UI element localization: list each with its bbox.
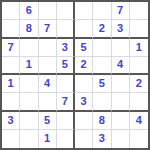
sudoku-given-r4c5[interactable]: 2	[75, 57, 93, 75]
sudoku-given-r7c8[interactable]: 4	[130, 112, 148, 130]
sudoku-cell-r8c8[interactable]	[130, 130, 148, 148]
sudoku-cell-r8c4[interactable]	[57, 130, 75, 148]
sudoku-cell-r1c1[interactable]	[2, 2, 20, 20]
sudoku-cell-r7c2[interactable]	[20, 112, 38, 130]
sudoku-given-r5c6[interactable]: 5	[93, 75, 111, 93]
sudoku-given-r2c3[interactable]: 7	[39, 20, 57, 38]
sudoku-cell-r3c3[interactable]	[39, 39, 57, 57]
sudoku-cell-r5c7[interactable]	[112, 75, 130, 93]
sudoku-cell-r7c5[interactable]	[75, 112, 93, 130]
sudoku-given-r7c6[interactable]: 8	[93, 112, 111, 130]
sudoku-cell-r4c1[interactable]	[2, 57, 20, 75]
sudoku-given-r3c4[interactable]: 3	[57, 39, 75, 57]
sudoku-cell-r5c5[interactable]	[75, 75, 93, 93]
sudoku-cell-r3c7[interactable]	[112, 39, 130, 57]
sudoku-given-r8c3[interactable]: 1	[39, 130, 57, 148]
sudoku-cell-r8c5[interactable]	[75, 130, 93, 148]
sudoku-cell-r2c8[interactable]	[130, 20, 148, 38]
sudoku-given-r2c6[interactable]: 2	[93, 20, 111, 38]
sudoku-cell-r1c4[interactable]	[57, 2, 75, 20]
sudoku-given-r3c5[interactable]: 5	[75, 39, 93, 57]
sudoku-given-r5c3[interactable]: 4	[39, 75, 57, 93]
sudoku-cell-r1c6[interactable]	[93, 2, 111, 20]
sudoku-cell-r1c8[interactable]	[130, 2, 148, 20]
sudoku-cell-r3c2[interactable]	[20, 39, 38, 57]
sudoku-cell-r6c1[interactable]	[2, 93, 20, 111]
sudoku-given-r6c4[interactable]: 7	[57, 93, 75, 111]
sudoku-cell-r4c6[interactable]	[93, 57, 111, 75]
sudoku-cell-r8c1[interactable]	[2, 130, 20, 148]
sudoku-cell-r2c1[interactable]	[2, 20, 20, 38]
sudoku-cell-r8c2[interactable]	[20, 130, 38, 148]
sudoku-given-r3c8[interactable]: 1	[130, 39, 148, 57]
sudoku-cell-r7c7[interactable]	[112, 112, 130, 130]
sudoku-given-r5c8[interactable]: 2	[130, 75, 148, 93]
sudoku-given-r4c2[interactable]: 1	[20, 57, 38, 75]
sudoku-cell-r4c3[interactable]	[39, 57, 57, 75]
sudoku-board: 67872373511524145273358413	[0, 0, 150, 150]
sudoku-given-r3c1[interactable]: 7	[2, 39, 20, 57]
sudoku-cell-r6c8[interactable]	[130, 93, 148, 111]
sudoku-given-r7c3[interactable]: 5	[39, 112, 57, 130]
sudoku-given-r1c2[interactable]: 6	[20, 2, 38, 20]
sudoku-cell-r2c4[interactable]	[57, 20, 75, 38]
sudoku-cell-r6c6[interactable]	[93, 93, 111, 111]
sudoku-cell-r5c4[interactable]	[57, 75, 75, 93]
sudoku-cell-r6c2[interactable]	[20, 93, 38, 111]
sudoku-given-r2c2[interactable]: 8	[20, 20, 38, 38]
sudoku-cell-r7c4[interactable]	[57, 112, 75, 130]
sudoku-given-r8c6[interactable]: 3	[93, 130, 111, 148]
sudoku-cell-r6c7[interactable]	[112, 93, 130, 111]
sudoku-given-r1c7[interactable]: 7	[112, 2, 130, 20]
sudoku-cell-r1c3[interactable]	[39, 2, 57, 20]
sudoku-cell-r3c6[interactable]	[93, 39, 111, 57]
sudoku-cell-r5c2[interactable]	[20, 75, 38, 93]
sudoku-cell-r1c5[interactable]	[75, 2, 93, 20]
sudoku-cell-r2c5[interactable]	[75, 20, 93, 38]
sudoku-given-r2c7[interactable]: 3	[112, 20, 130, 38]
sudoku-given-r6c5[interactable]: 3	[75, 93, 93, 111]
sudoku-given-r7c1[interactable]: 3	[2, 112, 20, 130]
sudoku-given-r4c4[interactable]: 5	[57, 57, 75, 75]
sudoku-cell-r8c7[interactable]	[112, 130, 130, 148]
sudoku-given-r5c1[interactable]: 1	[2, 75, 20, 93]
sudoku-cell-r6c3[interactable]	[39, 93, 57, 111]
sudoku-given-r4c7[interactable]: 4	[112, 57, 130, 75]
sudoku-cell-r4c8[interactable]	[130, 57, 148, 75]
